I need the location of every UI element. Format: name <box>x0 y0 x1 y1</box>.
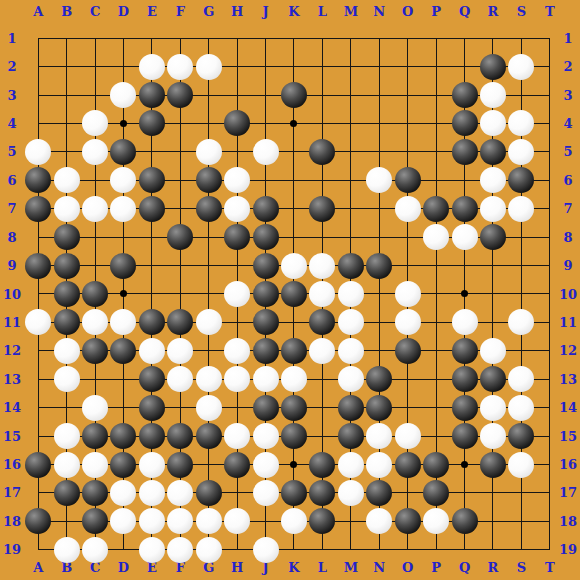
board-point-D3[interactable] <box>109 81 137 109</box>
board-point-O13[interactable] <box>393 365 421 393</box>
board-point-E12[interactable] <box>138 337 166 365</box>
board-point-R18[interactable] <box>479 507 507 535</box>
board-point-M14[interactable] <box>337 393 365 421</box>
board-point-T19[interactable] <box>536 536 564 564</box>
board-point-T6[interactable] <box>536 166 564 194</box>
board-point-F1[interactable] <box>166 24 194 52</box>
board-point-F18[interactable] <box>166 507 194 535</box>
board-point-A18[interactable] <box>24 507 52 535</box>
board-point-P13[interactable] <box>422 365 450 393</box>
board-point-H18[interactable] <box>223 507 251 535</box>
board-point-A2[interactable] <box>24 52 52 80</box>
board-point-B11[interactable] <box>52 308 80 336</box>
board-point-N6[interactable] <box>365 166 393 194</box>
board-point-O16[interactable] <box>393 450 421 478</box>
board-point-T15[interactable] <box>536 422 564 450</box>
board-point-D14[interactable] <box>109 393 137 421</box>
board-point-J14[interactable] <box>251 393 279 421</box>
board-point-S12[interactable] <box>507 337 535 365</box>
board-point-L13[interactable] <box>308 365 336 393</box>
board-point-J8[interactable] <box>251 223 279 251</box>
board-point-Q7[interactable] <box>450 195 478 223</box>
board-point-L4[interactable] <box>308 109 336 137</box>
board-point-A7[interactable] <box>24 195 52 223</box>
board-point-M6[interactable] <box>337 166 365 194</box>
board-point-A15[interactable] <box>24 422 52 450</box>
board-point-Q5[interactable] <box>450 138 478 166</box>
board-point-Q4[interactable] <box>450 109 478 137</box>
board-point-R19[interactable] <box>479 536 507 564</box>
board-point-A5[interactable] <box>24 138 52 166</box>
board-point-N13[interactable] <box>365 365 393 393</box>
board-point-C19[interactable] <box>81 536 109 564</box>
board-point-N8[interactable] <box>365 223 393 251</box>
board-point-O18[interactable] <box>393 507 421 535</box>
board-point-T13[interactable] <box>536 365 564 393</box>
board-point-G14[interactable] <box>195 393 223 421</box>
board-point-O8[interactable] <box>393 223 421 251</box>
board-point-L10[interactable] <box>308 280 336 308</box>
board-point-A9[interactable] <box>24 251 52 279</box>
board-point-B5[interactable] <box>52 138 80 166</box>
board-point-T12[interactable] <box>536 337 564 365</box>
board-point-E8[interactable] <box>138 223 166 251</box>
board-point-E19[interactable] <box>138 536 166 564</box>
board-point-L14[interactable] <box>308 393 336 421</box>
board-point-F13[interactable] <box>166 365 194 393</box>
board-point-S8[interactable] <box>507 223 535 251</box>
board-point-J19[interactable] <box>251 536 279 564</box>
board-point-B16[interactable] <box>52 450 80 478</box>
board-point-D12[interactable] <box>109 337 137 365</box>
board-point-L17[interactable] <box>308 479 336 507</box>
board-point-S5[interactable] <box>507 138 535 166</box>
board-point-E5[interactable] <box>138 138 166 166</box>
board-point-J6[interactable] <box>251 166 279 194</box>
board-point-O11[interactable] <box>393 308 421 336</box>
board-point-C15[interactable] <box>81 422 109 450</box>
board-point-J11[interactable] <box>251 308 279 336</box>
board-point-J4[interactable] <box>251 109 279 137</box>
board-point-C7[interactable] <box>81 195 109 223</box>
board-point-M8[interactable] <box>337 223 365 251</box>
board-point-G2[interactable] <box>195 52 223 80</box>
board-point-O10[interactable] <box>393 280 421 308</box>
board-point-G16[interactable] <box>195 450 223 478</box>
board-point-E6[interactable] <box>138 166 166 194</box>
board-point-B7[interactable] <box>52 195 80 223</box>
board-point-G17[interactable] <box>195 479 223 507</box>
board-point-F14[interactable] <box>166 393 194 421</box>
board-point-L6[interactable] <box>308 166 336 194</box>
board-point-H14[interactable] <box>223 393 251 421</box>
board-point-T16[interactable] <box>536 450 564 478</box>
board-point-S13[interactable] <box>507 365 535 393</box>
board-point-O2[interactable] <box>393 52 421 80</box>
board-point-C8[interactable] <box>81 223 109 251</box>
board-point-H13[interactable] <box>223 365 251 393</box>
board-point-F9[interactable] <box>166 251 194 279</box>
board-point-Q11[interactable] <box>450 308 478 336</box>
board-point-B2[interactable] <box>52 52 80 80</box>
board-point-M4[interactable] <box>337 109 365 137</box>
board-point-C5[interactable] <box>81 138 109 166</box>
board-point-K8[interactable] <box>280 223 308 251</box>
board-point-K6[interactable] <box>280 166 308 194</box>
board-point-E15[interactable] <box>138 422 166 450</box>
board-point-R1[interactable] <box>479 24 507 52</box>
board-point-K4[interactable] <box>280 109 308 137</box>
board-point-R14[interactable] <box>479 393 507 421</box>
board-point-G15[interactable] <box>195 422 223 450</box>
board-point-B4[interactable] <box>52 109 80 137</box>
board-point-P10[interactable] <box>422 280 450 308</box>
board-point-L16[interactable] <box>308 450 336 478</box>
board-point-H3[interactable] <box>223 81 251 109</box>
board-point-P9[interactable] <box>422 251 450 279</box>
board-point-Q12[interactable] <box>450 337 478 365</box>
board-point-J16[interactable] <box>251 450 279 478</box>
board-point-C10[interactable] <box>81 280 109 308</box>
board-point-N19[interactable] <box>365 536 393 564</box>
board-point-G11[interactable] <box>195 308 223 336</box>
board-point-P15[interactable] <box>422 422 450 450</box>
board-point-R16[interactable] <box>479 450 507 478</box>
board-point-C14[interactable] <box>81 393 109 421</box>
board-point-D13[interactable] <box>109 365 137 393</box>
board-point-P18[interactable] <box>422 507 450 535</box>
board-point-D1[interactable] <box>109 24 137 52</box>
board-point-K1[interactable] <box>280 24 308 52</box>
board-point-T2[interactable] <box>536 52 564 80</box>
board-point-H15[interactable] <box>223 422 251 450</box>
board-point-K11[interactable] <box>280 308 308 336</box>
board-point-E16[interactable] <box>138 450 166 478</box>
board-point-K18[interactable] <box>280 507 308 535</box>
board-point-S10[interactable] <box>507 280 535 308</box>
board-point-G18[interactable] <box>195 507 223 535</box>
board-point-J5[interactable] <box>251 138 279 166</box>
board-point-B8[interactable] <box>52 223 80 251</box>
board-point-H1[interactable] <box>223 24 251 52</box>
board-point-D6[interactable] <box>109 166 137 194</box>
board-point-G8[interactable] <box>195 223 223 251</box>
board-point-L15[interactable] <box>308 422 336 450</box>
board-point-N18[interactable] <box>365 507 393 535</box>
board-point-H4[interactable] <box>223 109 251 137</box>
board-point-O12[interactable] <box>393 337 421 365</box>
board-point-O7[interactable] <box>393 195 421 223</box>
board-point-T3[interactable] <box>536 81 564 109</box>
board-point-T17[interactable] <box>536 479 564 507</box>
board-point-K12[interactable] <box>280 337 308 365</box>
board-point-Q19[interactable] <box>450 536 478 564</box>
board-point-N17[interactable] <box>365 479 393 507</box>
board-point-G7[interactable] <box>195 195 223 223</box>
board-point-S11[interactable] <box>507 308 535 336</box>
board-point-D9[interactable] <box>109 251 137 279</box>
board-point-T4[interactable] <box>536 109 564 137</box>
board-point-D17[interactable] <box>109 479 137 507</box>
board-point-A16[interactable] <box>24 450 52 478</box>
board-point-M16[interactable] <box>337 450 365 478</box>
board-point-N4[interactable] <box>365 109 393 137</box>
board-point-O9[interactable] <box>393 251 421 279</box>
board-point-E1[interactable] <box>138 24 166 52</box>
board-point-Q8[interactable] <box>450 223 478 251</box>
board-point-C11[interactable] <box>81 308 109 336</box>
board-point-Q6[interactable] <box>450 166 478 194</box>
board-point-P12[interactable] <box>422 337 450 365</box>
board-point-P7[interactable] <box>422 195 450 223</box>
board-point-S2[interactable] <box>507 52 535 80</box>
board-point-T8[interactable] <box>536 223 564 251</box>
board-point-M9[interactable] <box>337 251 365 279</box>
board-point-L9[interactable] <box>308 251 336 279</box>
board-point-L2[interactable] <box>308 52 336 80</box>
board-point-R9[interactable] <box>479 251 507 279</box>
board-point-P4[interactable] <box>422 109 450 137</box>
board-point-C17[interactable] <box>81 479 109 507</box>
board-point-G5[interactable] <box>195 138 223 166</box>
board-point-P16[interactable] <box>422 450 450 478</box>
board-point-M18[interactable] <box>337 507 365 535</box>
board-point-E3[interactable] <box>138 81 166 109</box>
board-point-F7[interactable] <box>166 195 194 223</box>
board-point-F10[interactable] <box>166 280 194 308</box>
board-point-C2[interactable] <box>81 52 109 80</box>
board-point-G10[interactable] <box>195 280 223 308</box>
board-point-G4[interactable] <box>195 109 223 137</box>
board-point-G9[interactable] <box>195 251 223 279</box>
board-point-M2[interactable] <box>337 52 365 80</box>
board-point-N15[interactable] <box>365 422 393 450</box>
board-point-P6[interactable] <box>422 166 450 194</box>
board-point-J9[interactable] <box>251 251 279 279</box>
board-point-T7[interactable] <box>536 195 564 223</box>
board-point-P17[interactable] <box>422 479 450 507</box>
board-point-E4[interactable] <box>138 109 166 137</box>
board-point-J7[interactable] <box>251 195 279 223</box>
board-point-G1[interactable] <box>195 24 223 52</box>
board-point-N2[interactable] <box>365 52 393 80</box>
board-point-B3[interactable] <box>52 81 80 109</box>
board-point-G3[interactable] <box>195 81 223 109</box>
board-point-B13[interactable] <box>52 365 80 393</box>
board-point-A11[interactable] <box>24 308 52 336</box>
board-point-B18[interactable] <box>52 507 80 535</box>
board-point-Q9[interactable] <box>450 251 478 279</box>
board-point-T18[interactable] <box>536 507 564 535</box>
board-point-N14[interactable] <box>365 393 393 421</box>
board-point-L8[interactable] <box>308 223 336 251</box>
board-point-C4[interactable] <box>81 109 109 137</box>
board-point-R17[interactable] <box>479 479 507 507</box>
board-point-R6[interactable] <box>479 166 507 194</box>
board-point-K19[interactable] <box>280 536 308 564</box>
board-point-E11[interactable] <box>138 308 166 336</box>
board-point-O6[interactable] <box>393 166 421 194</box>
board-point-Q16[interactable] <box>450 450 478 478</box>
board-point-T10[interactable] <box>536 280 564 308</box>
board-point-R13[interactable] <box>479 365 507 393</box>
board-point-R5[interactable] <box>479 138 507 166</box>
board-point-A6[interactable] <box>24 166 52 194</box>
board-point-H11[interactable] <box>223 308 251 336</box>
board-point-A14[interactable] <box>24 393 52 421</box>
board-point-G6[interactable] <box>195 166 223 194</box>
board-point-H17[interactable] <box>223 479 251 507</box>
board-point-A13[interactable] <box>24 365 52 393</box>
board-point-L19[interactable] <box>308 536 336 564</box>
board-point-B10[interactable] <box>52 280 80 308</box>
board-point-J1[interactable] <box>251 24 279 52</box>
board-point-O1[interactable] <box>393 24 421 52</box>
board-point-E18[interactable] <box>138 507 166 535</box>
board-point-D2[interactable] <box>109 52 137 80</box>
board-point-E9[interactable] <box>138 251 166 279</box>
board-point-M17[interactable] <box>337 479 365 507</box>
board-point-K14[interactable] <box>280 393 308 421</box>
board-point-G19[interactable] <box>195 536 223 564</box>
board-point-J13[interactable] <box>251 365 279 393</box>
board-point-O14[interactable] <box>393 393 421 421</box>
board-point-J12[interactable] <box>251 337 279 365</box>
board-point-G13[interactable] <box>195 365 223 393</box>
board-point-K2[interactable] <box>280 52 308 80</box>
board-point-M5[interactable] <box>337 138 365 166</box>
board-point-T1[interactable] <box>536 24 564 52</box>
board-point-Q13[interactable] <box>450 365 478 393</box>
board-point-P19[interactable] <box>422 536 450 564</box>
board-point-Q18[interactable] <box>450 507 478 535</box>
board-point-E10[interactable] <box>138 280 166 308</box>
board-point-P2[interactable] <box>422 52 450 80</box>
board-point-B15[interactable] <box>52 422 80 450</box>
board-point-A3[interactable] <box>24 81 52 109</box>
board-point-K10[interactable] <box>280 280 308 308</box>
board-point-K16[interactable] <box>280 450 308 478</box>
board-point-K15[interactable] <box>280 422 308 450</box>
board-point-F6[interactable] <box>166 166 194 194</box>
board-point-D16[interactable] <box>109 450 137 478</box>
board-point-A12[interactable] <box>24 337 52 365</box>
board-point-F12[interactable] <box>166 337 194 365</box>
board-point-J18[interactable] <box>251 507 279 535</box>
board-point-H16[interactable] <box>223 450 251 478</box>
board-point-B19[interactable] <box>52 536 80 564</box>
board-point-T9[interactable] <box>536 251 564 279</box>
board-point-R11[interactable] <box>479 308 507 336</box>
board-point-O17[interactable] <box>393 479 421 507</box>
board-point-M7[interactable] <box>337 195 365 223</box>
board-point-Q14[interactable] <box>450 393 478 421</box>
board-point-J15[interactable] <box>251 422 279 450</box>
board-point-H6[interactable] <box>223 166 251 194</box>
board-point-S14[interactable] <box>507 393 535 421</box>
board-point-S1[interactable] <box>507 24 535 52</box>
board-point-H5[interactable] <box>223 138 251 166</box>
board-point-F15[interactable] <box>166 422 194 450</box>
board-point-D10[interactable] <box>109 280 137 308</box>
board-point-G12[interactable] <box>195 337 223 365</box>
board-point-E17[interactable] <box>138 479 166 507</box>
board-point-H8[interactable] <box>223 223 251 251</box>
board-point-E7[interactable] <box>138 195 166 223</box>
board-point-N3[interactable] <box>365 81 393 109</box>
board-point-C13[interactable] <box>81 365 109 393</box>
board-point-F19[interactable] <box>166 536 194 564</box>
board-point-L7[interactable] <box>308 195 336 223</box>
board-point-S6[interactable] <box>507 166 535 194</box>
board-point-N11[interactable] <box>365 308 393 336</box>
board-point-M13[interactable] <box>337 365 365 393</box>
board-point-B9[interactable] <box>52 251 80 279</box>
board-point-C16[interactable] <box>81 450 109 478</box>
board-point-H19[interactable] <box>223 536 251 564</box>
board-point-A19[interactable] <box>24 536 52 564</box>
board-point-S4[interactable] <box>507 109 535 137</box>
board-point-L1[interactable] <box>308 24 336 52</box>
board-point-T11[interactable] <box>536 308 564 336</box>
board-point-B17[interactable] <box>52 479 80 507</box>
board-point-C3[interactable] <box>81 81 109 109</box>
board-point-N7[interactable] <box>365 195 393 223</box>
board-point-S16[interactable] <box>507 450 535 478</box>
board-point-C1[interactable] <box>81 24 109 52</box>
board-point-O5[interactable] <box>393 138 421 166</box>
board-point-R10[interactable] <box>479 280 507 308</box>
board-point-M15[interactable] <box>337 422 365 450</box>
board-point-D15[interactable] <box>109 422 137 450</box>
board-point-M12[interactable] <box>337 337 365 365</box>
board-point-B12[interactable] <box>52 337 80 365</box>
board-point-N9[interactable] <box>365 251 393 279</box>
board-point-R7[interactable] <box>479 195 507 223</box>
board-point-F17[interactable] <box>166 479 194 507</box>
board-point-Q3[interactable] <box>450 81 478 109</box>
board-point-T14[interactable] <box>536 393 564 421</box>
board-point-E13[interactable] <box>138 365 166 393</box>
board-point-Q15[interactable] <box>450 422 478 450</box>
board-point-K13[interactable] <box>280 365 308 393</box>
board-point-K7[interactable] <box>280 195 308 223</box>
board-point-F4[interactable] <box>166 109 194 137</box>
board-point-P3[interactable] <box>422 81 450 109</box>
board-point-H10[interactable] <box>223 280 251 308</box>
board-point-M10[interactable] <box>337 280 365 308</box>
board-point-P8[interactable] <box>422 223 450 251</box>
board-point-J3[interactable] <box>251 81 279 109</box>
board-point-S17[interactable] <box>507 479 535 507</box>
board-point-N16[interactable] <box>365 450 393 478</box>
board-point-A4[interactable] <box>24 109 52 137</box>
board-point-R8[interactable] <box>479 223 507 251</box>
board-point-H2[interactable] <box>223 52 251 80</box>
board-point-R4[interactable] <box>479 109 507 137</box>
board-point-A10[interactable] <box>24 280 52 308</box>
board-point-O3[interactable] <box>393 81 421 109</box>
board-point-Q17[interactable] <box>450 479 478 507</box>
board-point-M3[interactable] <box>337 81 365 109</box>
board-point-F8[interactable] <box>166 223 194 251</box>
board-point-R2[interactable] <box>479 52 507 80</box>
board-point-L11[interactable] <box>308 308 336 336</box>
board-point-K9[interactable] <box>280 251 308 279</box>
board-point-C6[interactable] <box>81 166 109 194</box>
board-point-D5[interactable] <box>109 138 137 166</box>
board-point-M19[interactable] <box>337 536 365 564</box>
